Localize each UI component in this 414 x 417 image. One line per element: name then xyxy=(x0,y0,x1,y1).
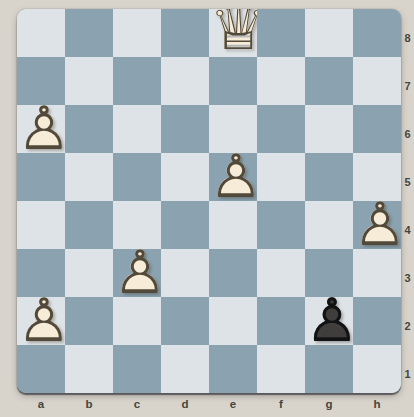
file-label-d: d xyxy=(161,393,209,415)
file-label-f: f xyxy=(257,393,305,415)
black-pawn-glyph-outline: ♙ xyxy=(305,290,353,350)
square-g3[interactable] xyxy=(305,249,353,297)
square-a3[interactable] xyxy=(17,249,65,297)
file-label-e: e xyxy=(209,393,257,415)
square-d5[interactable] xyxy=(161,153,209,201)
square-f2[interactable] xyxy=(257,297,305,345)
white-pawn-glyph-fill: ♟ xyxy=(17,290,65,350)
square-c3[interactable]: ♟♙ xyxy=(113,249,161,297)
black-pawn-piece[interactable]: ♟♙ xyxy=(305,297,353,345)
square-a6[interactable]: ♟♙ xyxy=(17,105,65,153)
square-f7[interactable] xyxy=(257,57,305,105)
square-d1[interactable] xyxy=(161,345,209,393)
square-f5[interactable] xyxy=(257,153,305,201)
square-b8[interactable] xyxy=(65,9,113,57)
square-e2[interactable] xyxy=(209,297,257,345)
square-a8[interactable] xyxy=(17,9,65,57)
square-g6[interactable] xyxy=(305,105,353,153)
square-b1[interactable] xyxy=(65,345,113,393)
square-e5[interactable]: ♟♙ xyxy=(209,153,257,201)
square-g2[interactable]: ♟♙ xyxy=(305,297,353,345)
square-f8[interactable] xyxy=(257,9,305,57)
rank-label-2: 2 xyxy=(401,302,414,350)
white-pawn-glyph-outline: ♙ xyxy=(113,242,161,302)
square-h8[interactable] xyxy=(353,9,401,57)
rank-label-8: 8 xyxy=(401,14,414,62)
white-pawn-glyph-fill: ♟ xyxy=(209,146,257,206)
square-a4[interactable] xyxy=(17,201,65,249)
square-c8[interactable] xyxy=(113,9,161,57)
square-g1[interactable] xyxy=(305,345,353,393)
file-label-g: g xyxy=(305,393,353,415)
rank-label-6: 6 xyxy=(401,110,414,158)
square-h4[interactable]: ♟♙ xyxy=(353,201,401,249)
square-e1[interactable] xyxy=(209,345,257,393)
square-d8[interactable] xyxy=(161,9,209,57)
square-b6[interactable] xyxy=(65,105,113,153)
rank-label-4: 4 xyxy=(401,206,414,254)
white-pawn-glyph-fill: ♟ xyxy=(17,98,65,158)
white-queen-glyph-fill: ♛ xyxy=(209,9,257,60)
square-a1[interactable] xyxy=(17,345,65,393)
file-label-a: a xyxy=(17,393,65,415)
white-pawn-piece[interactable]: ♟♙ xyxy=(113,249,161,297)
square-g8[interactable] xyxy=(305,9,353,57)
file-label-c: c xyxy=(113,393,161,415)
square-h2[interactable] xyxy=(353,297,401,345)
square-f4[interactable] xyxy=(257,201,305,249)
white-pawn-glyph-outline: ♙ xyxy=(17,98,65,158)
black-pawn-glyph-fill: ♟ xyxy=(305,290,353,350)
white-pawn-glyph-fill: ♟ xyxy=(113,242,161,302)
square-d6[interactable] xyxy=(161,105,209,153)
square-h1[interactable] xyxy=(353,345,401,393)
square-c7[interactable] xyxy=(113,57,161,105)
square-h7[interactable] xyxy=(353,57,401,105)
square-e8[interactable]: ♛♕ xyxy=(209,9,257,57)
square-d4[interactable] xyxy=(161,201,209,249)
white-pawn-piece[interactable]: ♟♙ xyxy=(17,297,65,345)
square-h5[interactable] xyxy=(353,153,401,201)
rank-labels: 87654321 xyxy=(401,9,414,393)
rank-label-1: 1 xyxy=(401,350,414,398)
square-a5[interactable] xyxy=(17,153,65,201)
file-labels: abcdefgh xyxy=(17,393,401,415)
square-b4[interactable] xyxy=(65,201,113,249)
square-b7[interactable] xyxy=(65,57,113,105)
square-h3[interactable] xyxy=(353,249,401,297)
rank-label-3: 3 xyxy=(401,254,414,302)
square-c4[interactable] xyxy=(113,201,161,249)
square-c6[interactable] xyxy=(113,105,161,153)
square-d7[interactable] xyxy=(161,57,209,105)
white-pawn-piece[interactable]: ♟♙ xyxy=(209,153,257,201)
square-b5[interactable] xyxy=(65,153,113,201)
square-d2[interactable] xyxy=(161,297,209,345)
white-pawn-glyph-outline: ♙ xyxy=(209,146,257,206)
file-label-b: b xyxy=(65,393,113,415)
square-e4[interactable] xyxy=(209,201,257,249)
white-pawn-piece[interactable]: ♟♙ xyxy=(353,201,401,249)
square-d3[interactable] xyxy=(161,249,209,297)
square-c5[interactable] xyxy=(113,153,161,201)
white-pawn-glyph-fill: ♟ xyxy=(353,194,401,254)
square-f6[interactable] xyxy=(257,105,305,153)
white-pawn-piece[interactable]: ♟♙ xyxy=(17,105,65,153)
square-c2[interactable] xyxy=(113,297,161,345)
white-pawn-glyph-outline: ♙ xyxy=(353,194,401,254)
chess-board: ♛♕♟♙♟♙♟♙♟♙♟♙♟♙ xyxy=(17,9,401,393)
square-a7[interactable] xyxy=(17,57,65,105)
square-g4[interactable] xyxy=(305,201,353,249)
square-c1[interactable] xyxy=(113,345,161,393)
rank-label-7: 7 xyxy=(401,62,414,110)
white-queen-piece[interactable]: ♛♕ xyxy=(209,9,257,57)
page-background: ♛♕♟♙♟♙♟♙♟♙♟♙♟♙ 87654321 abcdefgh xyxy=(0,0,414,417)
square-g7[interactable] xyxy=(305,57,353,105)
file-label-h: h xyxy=(353,393,401,415)
square-g5[interactable] xyxy=(305,153,353,201)
white-pawn-glyph-outline: ♙ xyxy=(17,290,65,350)
square-e7[interactable] xyxy=(209,57,257,105)
square-b3[interactable] xyxy=(65,249,113,297)
square-a2[interactable]: ♟♙ xyxy=(17,297,65,345)
square-b2[interactable] xyxy=(65,297,113,345)
rank-label-5: 5 xyxy=(401,158,414,206)
square-f1[interactable] xyxy=(257,345,305,393)
white-queen-glyph-outline: ♕ xyxy=(209,9,257,60)
square-e6[interactable] xyxy=(209,105,257,153)
square-e3[interactable] xyxy=(209,249,257,297)
square-h6[interactable] xyxy=(353,105,401,153)
square-f3[interactable] xyxy=(257,249,305,297)
